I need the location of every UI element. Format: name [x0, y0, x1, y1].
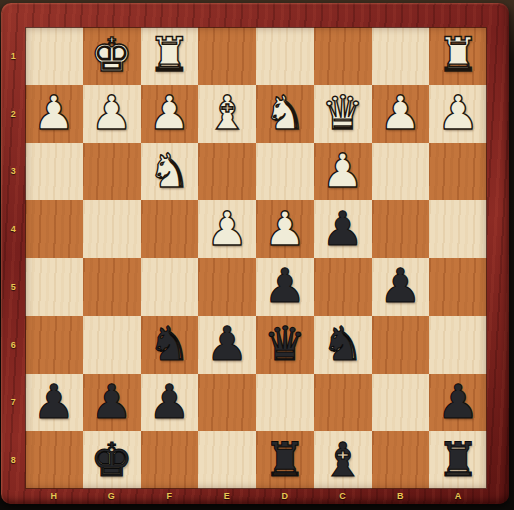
chess-app-screenshot: 12345678 ♚♜♜♟♟♟♝♞♛♟♟♞♟♟♟♟♟♟♞♟♛♞♟♟♟♟♚♜♝♜ … — [0, 0, 514, 510]
rank-label-2: 2 — [3, 85, 24, 143]
square-f2[interactable]: ♟ — [141, 85, 199, 143]
black-rook[interactable]: ♜ — [437, 436, 479, 483]
black-knight[interactable]: ♞ — [322, 320, 364, 367]
black-bishop[interactable]: ♝ — [322, 436, 364, 483]
black-pawn[interactable]: ♟ — [437, 378, 479, 425]
square-g2[interactable]: ♟ — [83, 85, 141, 143]
square-e7[interactable] — [198, 374, 256, 432]
square-g6[interactable] — [83, 316, 141, 374]
white-pawn[interactable]: ♟ — [322, 147, 364, 194]
black-pawn[interactable]: ♟ — [148, 378, 190, 425]
square-e1[interactable] — [198, 27, 256, 85]
square-b1[interactable] — [372, 27, 430, 85]
rank-label-3: 3 — [3, 143, 24, 201]
square-d4[interactable]: ♟ — [256, 200, 314, 258]
square-b5[interactable]: ♟ — [372, 258, 430, 316]
square-c4[interactable]: ♟ — [314, 200, 372, 258]
square-b3[interactable] — [372, 143, 430, 201]
black-pawn[interactable]: ♟ — [379, 262, 421, 309]
square-c6[interactable]: ♞ — [314, 316, 372, 374]
square-b4[interactable] — [372, 200, 430, 258]
square-d7[interactable] — [256, 374, 314, 432]
file-label-d: D — [256, 489, 314, 503]
file-label-f: F — [141, 489, 199, 503]
file-label-e: E — [198, 489, 256, 503]
black-queen[interactable]: ♛ — [264, 320, 306, 367]
square-c8[interactable]: ♝ — [314, 431, 372, 489]
rank-label-5: 5 — [3, 258, 24, 316]
square-c1[interactable] — [314, 27, 372, 85]
square-f7[interactable]: ♟ — [141, 374, 199, 432]
square-c7[interactable] — [314, 374, 372, 432]
square-g5[interactable] — [83, 258, 141, 316]
white-knight[interactable]: ♞ — [148, 147, 190, 194]
square-a1[interactable]: ♜ — [429, 27, 487, 85]
white-pawn[interactable]: ♟ — [91, 89, 133, 136]
square-h6[interactable] — [25, 316, 83, 374]
black-pawn[interactable]: ♟ — [206, 320, 248, 367]
white-pawn[interactable]: ♟ — [148, 89, 190, 136]
square-b2[interactable]: ♟ — [372, 85, 430, 143]
square-c2[interactable]: ♛ — [314, 85, 372, 143]
square-d8[interactable]: ♜ — [256, 431, 314, 489]
black-pawn[interactable]: ♟ — [322, 205, 364, 252]
square-h2[interactable]: ♟ — [25, 85, 83, 143]
square-f6[interactable]: ♞ — [141, 316, 199, 374]
white-bishop[interactable]: ♝ — [206, 89, 248, 136]
square-f3[interactable]: ♞ — [141, 143, 199, 201]
square-a5[interactable] — [429, 258, 487, 316]
file-labels: HGFEDCBA — [25, 489, 487, 503]
rank-label-7: 7 — [3, 374, 24, 432]
file-label-c: C — [314, 489, 372, 503]
square-f1[interactable]: ♜ — [141, 27, 199, 85]
square-e2[interactable]: ♝ — [198, 85, 256, 143]
black-pawn[interactable]: ♟ — [91, 378, 133, 425]
square-a8[interactable]: ♜ — [429, 431, 487, 489]
square-a4[interactable] — [429, 200, 487, 258]
square-e6[interactable]: ♟ — [198, 316, 256, 374]
white-pawn[interactable]: ♟ — [437, 89, 479, 136]
square-h3[interactable] — [25, 143, 83, 201]
rank-labels: 12345678 — [3, 27, 24, 489]
rank-label-8: 8 — [3, 431, 24, 489]
square-d3[interactable] — [256, 143, 314, 201]
rank-label-6: 6 — [3, 316, 24, 374]
black-pawn[interactable]: ♟ — [264, 262, 306, 309]
file-label-g: G — [83, 489, 141, 503]
square-e5[interactable] — [198, 258, 256, 316]
chess-board[interactable]: ♚♜♜♟♟♟♝♞♛♟♟♞♟♟♟♟♟♟♞♟♛♞♟♟♟♟♚♜♝♜ — [25, 27, 487, 489]
square-h7[interactable]: ♟ — [25, 374, 83, 432]
square-a7[interactable]: ♟ — [429, 374, 487, 432]
black-rook[interactable]: ♜ — [264, 436, 306, 483]
square-g1[interactable]: ♚ — [83, 27, 141, 85]
square-f4[interactable] — [141, 200, 199, 258]
rank-label-1: 1 — [3, 27, 24, 85]
file-label-b: B — [372, 489, 430, 503]
white-pawn[interactable]: ♟ — [33, 89, 75, 136]
square-c5[interactable] — [314, 258, 372, 316]
file-label-a: A — [429, 489, 487, 503]
square-h1[interactable] — [25, 27, 83, 85]
square-e4[interactable]: ♟ — [198, 200, 256, 258]
white-rook[interactable]: ♜ — [148, 31, 190, 78]
square-f5[interactable] — [141, 258, 199, 316]
black-knight[interactable]: ♞ — [148, 320, 190, 367]
square-h5[interactable] — [25, 258, 83, 316]
white-king[interactable]: ♚ — [91, 31, 133, 78]
white-rook[interactable]: ♜ — [437, 31, 479, 78]
square-b7[interactable] — [372, 374, 430, 432]
square-e8[interactable] — [198, 431, 256, 489]
square-a2[interactable]: ♟ — [429, 85, 487, 143]
white-pawn[interactable]: ♟ — [264, 205, 306, 252]
square-e3[interactable] — [198, 143, 256, 201]
white-pawn[interactable]: ♟ — [379, 89, 421, 136]
white-pawn[interactable]: ♟ — [206, 205, 248, 252]
square-g4[interactable] — [83, 200, 141, 258]
black-pawn[interactable]: ♟ — [33, 378, 75, 425]
square-d2[interactable]: ♞ — [256, 85, 314, 143]
square-b6[interactable] — [372, 316, 430, 374]
square-a6[interactable] — [429, 316, 487, 374]
square-d5[interactable]: ♟ — [256, 258, 314, 316]
square-h8[interactable] — [25, 431, 83, 489]
square-d6[interactable]: ♛ — [256, 316, 314, 374]
square-h4[interactable] — [25, 200, 83, 258]
square-g8[interactable]: ♚ — [83, 431, 141, 489]
white-knight[interactable]: ♞ — [264, 89, 306, 136]
white-queen[interactable]: ♛ — [322, 89, 364, 136]
square-d1[interactable] — [256, 27, 314, 85]
file-label-h: H — [25, 489, 83, 503]
square-g3[interactable] — [83, 143, 141, 201]
square-c3[interactable]: ♟ — [314, 143, 372, 201]
square-g7[interactable]: ♟ — [83, 374, 141, 432]
rank-label-4: 4 — [3, 200, 24, 258]
black-king[interactable]: ♚ — [91, 436, 133, 483]
square-f8[interactable] — [141, 431, 199, 489]
board-frame: 12345678 ♚♜♜♟♟♟♝♞♛♟♟♞♟♟♟♟♟♟♞♟♛♞♟♟♟♟♚♜♝♜ … — [1, 3, 509, 504]
square-b8[interactable] — [372, 431, 430, 489]
square-a3[interactable] — [429, 143, 487, 201]
